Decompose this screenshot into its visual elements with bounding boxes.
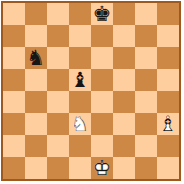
square-a4[interactable] (3, 91, 25, 113)
piece-black-bishop[interactable]: ♝ (69, 69, 91, 91)
white-knight-outline-icon: ♘ (69, 113, 91, 135)
square-b1[interactable] (25, 157, 47, 179)
square-d4[interactable] (69, 91, 91, 113)
square-f1[interactable] (113, 157, 135, 179)
square-d5[interactable]: ♝ (69, 69, 91, 91)
square-e7[interactable] (91, 25, 113, 47)
square-f7[interactable] (113, 25, 135, 47)
square-c6[interactable] (47, 47, 69, 69)
page-background: ♚♞♝♞♘♝♗♚♔ (0, 0, 184, 184)
square-g5[interactable] (135, 69, 157, 91)
square-b5[interactable] (25, 69, 47, 91)
square-g6[interactable] (135, 47, 157, 69)
square-c8[interactable] (47, 3, 69, 25)
square-f5[interactable] (113, 69, 135, 91)
square-h3[interactable]: ♝♗ (157, 113, 179, 135)
square-g7[interactable] (135, 25, 157, 47)
square-b2[interactable] (25, 135, 47, 157)
square-a8[interactable] (3, 3, 25, 25)
square-h2[interactable] (157, 135, 179, 157)
square-e6[interactable] (91, 47, 113, 69)
square-g1[interactable] (135, 157, 157, 179)
piece-black-knight[interactable]: ♞ (25, 47, 47, 69)
square-h7[interactable] (157, 25, 179, 47)
square-e1[interactable]: ♚♔ (91, 157, 113, 179)
black-bishop-icon: ♝ (69, 69, 91, 91)
white-bishop-outline-icon: ♗ (157, 113, 179, 135)
square-d6[interactable] (69, 47, 91, 69)
white-king-outline-icon: ♔ (91, 157, 113, 179)
square-d1[interactable] (69, 157, 91, 179)
square-d3[interactable]: ♞♘ (69, 113, 91, 135)
black-king-icon: ♚ (91, 3, 113, 25)
square-h1[interactable] (157, 157, 179, 179)
square-h6[interactable] (157, 47, 179, 69)
square-f3[interactable] (113, 113, 135, 135)
square-e3[interactable] (91, 113, 113, 135)
square-g3[interactable] (135, 113, 157, 135)
square-g8[interactable] (135, 3, 157, 25)
square-e2[interactable] (91, 135, 113, 157)
piece-black-king[interactable]: ♚ (91, 3, 113, 25)
square-f2[interactable] (113, 135, 135, 157)
square-d8[interactable] (69, 3, 91, 25)
black-knight-icon: ♞ (25, 47, 47, 69)
square-c7[interactable] (47, 25, 69, 47)
square-c1[interactable] (47, 157, 69, 179)
square-b7[interactable] (25, 25, 47, 47)
square-a7[interactable] (3, 25, 25, 47)
square-a2[interactable] (3, 135, 25, 157)
square-d7[interactable] (69, 25, 91, 47)
square-b6[interactable]: ♞ (25, 47, 47, 69)
square-a3[interactable] (3, 113, 25, 135)
square-d2[interactable] (69, 135, 91, 157)
square-f6[interactable] (113, 47, 135, 69)
square-e5[interactable] (91, 69, 113, 91)
square-g2[interactable] (135, 135, 157, 157)
square-e8[interactable]: ♚ (91, 3, 113, 25)
square-g4[interactable] (135, 91, 157, 113)
square-c2[interactable] (47, 135, 69, 157)
square-h8[interactable] (157, 3, 179, 25)
square-b4[interactable] (25, 91, 47, 113)
square-a5[interactable] (3, 69, 25, 91)
square-b8[interactable] (25, 3, 47, 25)
board-border: ♚♞♝♞♘♝♗♚♔ (1, 1, 181, 181)
square-c3[interactable] (47, 113, 69, 135)
square-h4[interactable] (157, 91, 179, 113)
square-a1[interactable] (3, 157, 25, 179)
square-h5[interactable] (157, 69, 179, 91)
square-f4[interactable] (113, 91, 135, 113)
chess-board: ♚♞♝♞♘♝♗♚♔ (3, 3, 179, 179)
square-c5[interactable] (47, 69, 69, 91)
square-e4[interactable] (91, 91, 113, 113)
piece-white-knight[interactable]: ♞♘ (69, 113, 91, 135)
square-b3[interactable] (25, 113, 47, 135)
piece-white-king[interactable]: ♚♔ (91, 157, 113, 179)
square-a6[interactable] (3, 47, 25, 69)
square-f8[interactable] (113, 3, 135, 25)
square-c4[interactable] (47, 91, 69, 113)
piece-white-bishop[interactable]: ♝♗ (157, 113, 179, 135)
